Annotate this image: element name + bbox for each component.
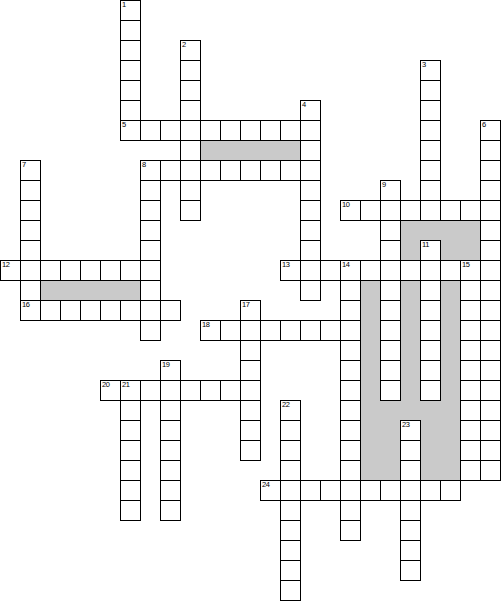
grid-cell[interactable]: 14	[340, 260, 361, 281]
grid-cell[interactable]	[340, 280, 361, 301]
grid-cell[interactable]: 9	[380, 180, 401, 201]
grid-cell[interactable]	[420, 280, 441, 301]
grid-cell[interactable]	[480, 140, 501, 161]
grid-cell[interactable]	[300, 140, 321, 161]
grid-cell[interactable]	[280, 540, 301, 561]
grid-cell[interactable]	[140, 240, 161, 261]
grid-cell[interactable]	[340, 340, 361, 361]
grid-cell[interactable]: 23	[400, 420, 421, 441]
grid-cell[interactable]	[480, 240, 501, 261]
grid-cell[interactable]: 24	[260, 480, 281, 501]
grid-cell[interactable]	[140, 260, 161, 281]
grid-cell[interactable]	[220, 380, 241, 401]
grid-cell[interactable]	[480, 260, 501, 281]
grid-cell[interactable]	[460, 320, 481, 341]
grid-cell[interactable]	[120, 440, 141, 461]
grid-cell[interactable]	[480, 460, 501, 481]
grid-cell[interactable]	[180, 140, 201, 161]
grid-cell[interactable]	[460, 300, 481, 321]
grid-cell[interactable]	[480, 400, 501, 421]
grid-cell[interactable]	[160, 500, 181, 521]
grid-cell[interactable]	[300, 160, 321, 181]
grid-cell[interactable]	[100, 260, 121, 281]
grid-cell[interactable]	[300, 480, 321, 501]
clue-number: 18	[202, 321, 210, 329]
grid-cell[interactable]	[140, 380, 161, 401]
grid-cell[interactable]	[400, 520, 421, 541]
gray-block	[200, 140, 301, 161]
grid-cell[interactable]	[340, 520, 361, 541]
grid-cell[interactable]	[140, 220, 161, 241]
crossword-grid: 123456789101112131415161718192021222324	[0, 0, 501, 601]
clue-number: 11	[422, 241, 429, 249]
grid-cell[interactable]	[380, 320, 401, 341]
grid-cell[interactable]	[280, 560, 301, 581]
grid-cell[interactable]	[400, 500, 421, 521]
grid-cell[interactable]	[120, 260, 141, 281]
clue-number: 12	[2, 261, 10, 269]
grid-cell[interactable]	[480, 420, 501, 441]
grid-cell[interactable]	[320, 260, 341, 281]
grid-cell[interactable]	[280, 120, 301, 141]
grid-cell[interactable]	[220, 320, 241, 341]
grid-cell[interactable]	[180, 80, 201, 101]
grid-cell[interactable]	[420, 260, 441, 281]
clue-number: 9	[382, 181, 386, 189]
grid-cell[interactable]	[280, 320, 301, 341]
grid-cell[interactable]	[240, 440, 261, 461]
clue-number: 21	[122, 381, 130, 389]
grid-cell[interactable]	[420, 160, 441, 181]
grid-cell[interactable]	[140, 320, 161, 341]
grid-cell[interactable]	[120, 40, 141, 61]
clue-number: 14	[342, 261, 350, 269]
grid-cell[interactable]	[80, 260, 101, 281]
grid-cell[interactable]: 7	[20, 160, 41, 181]
grid-cell[interactable]	[280, 480, 301, 501]
grid-cell[interactable]	[460, 460, 481, 481]
grid-cell[interactable]	[160, 380, 181, 401]
grid-cell[interactable]	[20, 280, 41, 301]
grid-cell[interactable]	[340, 360, 361, 381]
clue-number: 6	[482, 121, 486, 129]
gray-block	[40, 280, 141, 301]
grid-cell[interactable]	[160, 300, 181, 321]
grid-cell[interactable]: 16	[20, 300, 41, 321]
grid-cell[interactable]	[420, 480, 441, 501]
grid-cell[interactable]	[60, 300, 81, 321]
grid-cell[interactable]	[280, 420, 301, 441]
grid-cell[interactable]: 22	[280, 400, 301, 421]
grid-cell[interactable]	[280, 580, 301, 601]
grid-cell[interactable]	[160, 480, 181, 501]
clue-number: 8	[142, 161, 146, 169]
grid-cell[interactable]	[440, 200, 461, 221]
grid-cell[interactable]	[280, 500, 301, 521]
grid-cell[interactable]	[240, 340, 261, 361]
grid-cell[interactable]	[340, 460, 361, 481]
grid-cell[interactable]	[480, 380, 501, 401]
grid-cell[interactable]	[420, 360, 441, 381]
grid-cell[interactable]	[460, 280, 481, 301]
grid-cell[interactable]	[320, 320, 341, 341]
grid-cell[interactable]	[120, 300, 141, 321]
grid-cell[interactable]	[480, 200, 501, 221]
grid-cell[interactable]: 10	[340, 200, 361, 221]
grid-cell[interactable]	[340, 480, 361, 501]
grid-cell[interactable]	[120, 100, 141, 121]
grid-cell[interactable]	[480, 280, 501, 301]
grid-cell[interactable]	[180, 180, 201, 201]
grid-cell[interactable]	[360, 480, 381, 501]
clue-number: 22	[282, 401, 290, 409]
grid-cell[interactable]	[380, 240, 401, 261]
grid-cell[interactable]	[260, 120, 281, 141]
grid-cell[interactable]	[300, 280, 321, 301]
grid-cell[interactable]	[140, 120, 161, 141]
grid-cell[interactable]	[420, 320, 441, 341]
grid-cell[interactable]	[120, 20, 141, 41]
grid-cell[interactable]	[220, 120, 241, 141]
grid-cell[interactable]	[300, 200, 321, 221]
grid-cell[interactable]	[400, 200, 421, 221]
clue-number: 23	[402, 421, 410, 429]
grid-cell[interactable]	[180, 380, 201, 401]
grid-cell[interactable]	[120, 400, 141, 421]
grid-cell[interactable]	[380, 360, 401, 381]
grid-cell[interactable]	[420, 380, 441, 401]
grid-cell[interactable]	[140, 280, 161, 301]
grid-cell[interactable]	[200, 160, 221, 181]
grid-cell[interactable]	[80, 300, 101, 321]
clue-number: 1	[122, 1, 126, 9]
grid-cell[interactable]: 19	[160, 360, 181, 381]
grid-cell[interactable]	[340, 320, 361, 341]
grid-cell[interactable]: 13	[280, 260, 301, 281]
grid-cell[interactable]	[420, 340, 441, 361]
grid-cell[interactable]	[420, 200, 441, 221]
grid-cell[interactable]	[160, 420, 181, 441]
grid-cell[interactable]	[160, 160, 181, 181]
grid-cell[interactable]: 8	[140, 160, 161, 181]
grid-cell[interactable]	[460, 380, 481, 401]
grid-cell[interactable]	[400, 560, 421, 581]
grid-cell[interactable]	[300, 180, 321, 201]
grid-cell[interactable]	[240, 380, 261, 401]
grid-cell[interactable]	[300, 220, 321, 241]
grid-cell[interactable]	[480, 340, 501, 361]
clue-number: 15	[462, 261, 470, 269]
grid-cell[interactable]	[340, 400, 361, 421]
grid-cell[interactable]	[340, 300, 361, 321]
grid-cell[interactable]	[60, 260, 81, 281]
clue-number: 19	[162, 361, 170, 369]
grid-cell[interactable]	[120, 500, 141, 521]
grid-cell[interactable]	[160, 460, 181, 481]
grid-cell[interactable]	[300, 240, 321, 261]
grid-cell[interactable]	[340, 420, 361, 441]
grid-cell[interactable]	[380, 200, 401, 221]
grid-cell[interactable]: 17	[240, 300, 261, 321]
grid-cell[interactable]	[400, 480, 421, 501]
grid-cell[interactable]: 12	[0, 260, 21, 281]
grid-cell[interactable]	[120, 60, 141, 81]
clue-number: 3	[422, 61, 426, 69]
grid-cell[interactable]	[120, 420, 141, 441]
grid-cell[interactable]: 20	[100, 380, 121, 401]
grid-cell[interactable]	[460, 440, 481, 461]
grid-cell[interactable]	[380, 380, 401, 401]
grid-cell[interactable]	[480, 300, 501, 321]
grid-cell[interactable]	[300, 260, 321, 281]
grid-cell[interactable]	[380, 280, 401, 301]
grid-cell[interactable]	[240, 160, 261, 181]
clue-number: 16	[22, 301, 30, 309]
grid-cell[interactable]	[420, 180, 441, 201]
grid-cell[interactable]	[260, 160, 281, 181]
grid-cell[interactable]	[180, 200, 201, 221]
grid-cell[interactable]	[380, 340, 401, 361]
clue-number: 4	[302, 101, 306, 109]
grid-cell[interactable]	[20, 180, 41, 201]
grid-cell[interactable]	[480, 160, 501, 181]
grid-cell[interactable]	[180, 160, 201, 181]
clue-number: 24	[262, 481, 270, 489]
grid-cell[interactable]	[120, 460, 141, 481]
grid-cell[interactable]	[320, 480, 341, 501]
grid-cell[interactable]	[280, 160, 301, 181]
grid-cell[interactable]	[180, 60, 201, 81]
grid-cell[interactable]	[480, 320, 501, 341]
grid-cell[interactable]	[460, 340, 481, 361]
grid-cell[interactable]: 2	[180, 40, 201, 61]
grid-cell[interactable]	[20, 220, 41, 241]
grid-cell[interactable]	[460, 200, 481, 221]
grid-cell[interactable]: 3	[420, 60, 441, 81]
grid-cell[interactable]	[380, 300, 401, 321]
grid-cell[interactable]	[120, 80, 141, 101]
grid-cell[interactable]: 5	[120, 120, 141, 141]
grid-cell[interactable]	[40, 300, 61, 321]
grid-cell[interactable]	[160, 400, 181, 421]
grid-cell[interactable]	[300, 320, 321, 341]
grid-cell[interactable]	[400, 540, 421, 561]
grid-cell[interactable]	[280, 520, 301, 541]
grid-cell[interactable]	[240, 120, 261, 141]
grid-cell[interactable]: 6	[480, 120, 501, 141]
grid-cell[interactable]	[160, 120, 181, 141]
grid-cell[interactable]	[480, 220, 501, 241]
grid-cell[interactable]	[340, 440, 361, 461]
grid-cell[interactable]	[460, 400, 481, 421]
grid-cell[interactable]	[380, 260, 401, 281]
grid-cell[interactable]	[20, 240, 41, 261]
grid-cell[interactable]	[240, 420, 261, 441]
grid-cell[interactable]	[300, 120, 321, 141]
grid-cell[interactable]	[400, 460, 421, 481]
grid-cell[interactable]	[200, 120, 221, 141]
grid-cell[interactable]	[260, 320, 281, 341]
grid-cell[interactable]	[140, 180, 161, 201]
grid-cell[interactable]	[140, 200, 161, 221]
grid-cell[interactable]	[20, 260, 41, 281]
grid-cell[interactable]	[480, 180, 501, 201]
grid-cell[interactable]: 15	[460, 260, 481, 281]
grid-cell[interactable]: 18	[200, 320, 221, 341]
grid-cell[interactable]	[180, 120, 201, 141]
grid-cell[interactable]	[240, 400, 261, 421]
grid-cell[interactable]	[380, 220, 401, 241]
grid-cell[interactable]	[420, 80, 441, 101]
clue-number: 5	[122, 121, 126, 129]
grid-cell[interactable]	[360, 260, 381, 281]
grid-cell[interactable]	[220, 160, 241, 181]
grid-cell[interactable]	[460, 360, 481, 381]
clue-number: 17	[242, 301, 250, 309]
clue-number: 10	[342, 201, 350, 209]
grid-cell[interactable]	[120, 480, 141, 501]
grid-cell[interactable]	[240, 320, 261, 341]
grid-cell[interactable]	[40, 260, 61, 281]
clue-number: 7	[22, 161, 26, 169]
grid-cell[interactable]	[340, 500, 361, 521]
clue-number: 20	[102, 381, 110, 389]
grid-cell[interactable]	[400, 260, 421, 281]
grid-cell[interactable]	[480, 360, 501, 381]
grid-cell[interactable]	[180, 100, 201, 121]
grid-cell[interactable]	[420, 100, 441, 121]
clue-number: 2	[182, 41, 186, 49]
grid-cell[interactable]	[240, 360, 261, 381]
grid-cell[interactable]	[160, 440, 181, 461]
grid-cell[interactable]: 21	[120, 380, 141, 401]
clue-number: 13	[282, 261, 290, 269]
grid-cell[interactable]	[420, 300, 441, 321]
grid-cell[interactable]	[420, 120, 441, 141]
grid-cell[interactable]	[280, 460, 301, 481]
grid-cell[interactable]	[440, 260, 461, 281]
grid-cell[interactable]	[400, 440, 421, 461]
grid-cell[interactable]	[360, 200, 381, 221]
grid-cell[interactable]: 1	[120, 0, 141, 21]
grid-cell[interactable]	[420, 140, 441, 161]
grid-cell[interactable]	[140, 300, 161, 321]
grid-cell[interactable]	[460, 420, 481, 441]
grid-cell[interactable]	[380, 480, 401, 501]
grid-cell[interactable]	[480, 440, 501, 461]
grid-cell[interactable]: 4	[300, 100, 321, 121]
grid-cell[interactable]	[440, 480, 461, 501]
grid-cell[interactable]	[280, 440, 301, 461]
grid-cell[interactable]	[340, 380, 361, 401]
grid-cell[interactable]	[200, 380, 221, 401]
grid-cell[interactable]	[100, 300, 121, 321]
grid-cell[interactable]	[20, 200, 41, 221]
grid-cell[interactable]: 11	[420, 240, 441, 261]
